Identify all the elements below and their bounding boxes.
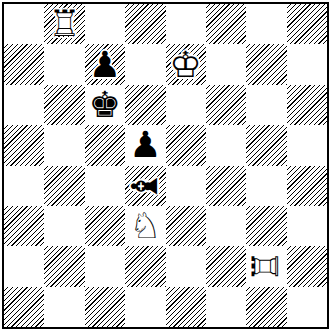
square-c7[interactable]: ♟♟ bbox=[85, 44, 125, 84]
square-g8[interactable] bbox=[246, 4, 286, 44]
black-pawn-icon: ♟ bbox=[125, 125, 165, 165]
square-c6[interactable]: ♚♚ bbox=[85, 85, 125, 125]
square-h8[interactable] bbox=[287, 4, 327, 44]
square-c8[interactable] bbox=[85, 4, 125, 44]
square-g3[interactable] bbox=[246, 206, 286, 246]
square-h3[interactable] bbox=[287, 206, 327, 246]
square-c2[interactable] bbox=[85, 246, 125, 286]
square-h6[interactable] bbox=[287, 85, 327, 125]
square-c4[interactable] bbox=[85, 166, 125, 206]
square-h1[interactable] bbox=[287, 287, 327, 327]
square-g5[interactable] bbox=[246, 125, 286, 165]
square-h5[interactable] bbox=[287, 125, 327, 165]
square-a1[interactable] bbox=[4, 287, 44, 327]
square-a7[interactable] bbox=[4, 44, 44, 84]
square-b7[interactable] bbox=[44, 44, 84, 84]
square-e2[interactable] bbox=[166, 246, 206, 286]
square-d1[interactable] bbox=[125, 287, 165, 327]
square-f5[interactable] bbox=[206, 125, 246, 165]
white-rook-icon: ♖ bbox=[44, 4, 84, 44]
black-pawn-icon: ♟ bbox=[85, 44, 125, 84]
black-king-icon: ♚ bbox=[85, 85, 125, 125]
square-f1[interactable] bbox=[206, 287, 246, 327]
square-d3[interactable]: ♞♘ bbox=[125, 206, 165, 246]
piece-white-knight-d3[interactable]: ♞♘ bbox=[125, 206, 165, 246]
square-e1[interactable] bbox=[166, 287, 206, 327]
square-f7[interactable] bbox=[206, 44, 246, 84]
square-b6[interactable] bbox=[44, 85, 84, 125]
square-c1[interactable] bbox=[85, 287, 125, 327]
white-knight-icon: ♘ bbox=[125, 206, 165, 246]
square-f2[interactable] bbox=[206, 246, 246, 286]
square-h4[interactable] bbox=[287, 166, 327, 206]
square-b4[interactable] bbox=[44, 166, 84, 206]
piece-white-rook-g2[interactable]: ♜♖ bbox=[246, 246, 286, 286]
square-g1[interactable] bbox=[246, 287, 286, 327]
square-d7[interactable] bbox=[125, 44, 165, 84]
square-e3[interactable] bbox=[166, 206, 206, 246]
white-rook-icon: ♖ bbox=[246, 246, 286, 286]
square-e5[interactable] bbox=[166, 125, 206, 165]
square-d5[interactable]: ♟♟ bbox=[125, 125, 165, 165]
square-b2[interactable] bbox=[44, 246, 84, 286]
square-a4[interactable] bbox=[4, 166, 44, 206]
square-f6[interactable] bbox=[206, 85, 246, 125]
square-b3[interactable] bbox=[44, 206, 84, 246]
square-a6[interactable] bbox=[4, 85, 44, 125]
piece-white-rook-b8[interactable]: ♜♖ bbox=[44, 4, 84, 44]
square-d8[interactable] bbox=[125, 4, 165, 44]
square-d4[interactable]: ♝♝ bbox=[125, 166, 165, 206]
square-f4[interactable] bbox=[206, 166, 246, 206]
square-e7[interactable]: ♚♔ bbox=[166, 44, 206, 84]
black-bishop-icon: ♝ bbox=[125, 166, 165, 206]
square-c3[interactable] bbox=[85, 206, 125, 246]
square-a2[interactable] bbox=[4, 246, 44, 286]
square-a5[interactable] bbox=[4, 125, 44, 165]
square-c5[interactable] bbox=[85, 125, 125, 165]
square-a3[interactable] bbox=[4, 206, 44, 246]
piece-white-king-e7[interactable]: ♚♔ bbox=[166, 44, 206, 84]
piece-black-pawn-c7[interactable]: ♟♟ bbox=[85, 44, 125, 84]
square-e4[interactable] bbox=[166, 166, 206, 206]
square-d2[interactable] bbox=[125, 246, 165, 286]
square-f8[interactable] bbox=[206, 4, 246, 44]
square-d6[interactable] bbox=[125, 85, 165, 125]
piece-black-pawn-d5[interactable]: ♟♟ bbox=[125, 125, 165, 165]
square-b5[interactable] bbox=[44, 125, 84, 165]
square-e8[interactable] bbox=[166, 4, 206, 44]
white-king-icon: ♔ bbox=[166, 44, 206, 84]
square-b1[interactable] bbox=[44, 287, 84, 327]
chess-board: ♜♖♟♟♚♔♚♚♟♟♝♝♞♘♜♖ bbox=[2, 2, 329, 329]
square-h7[interactable] bbox=[287, 44, 327, 84]
square-h2[interactable] bbox=[287, 246, 327, 286]
piece-black-bishop-d4[interactable]: ♝♝ bbox=[125, 166, 165, 206]
square-e6[interactable] bbox=[166, 85, 206, 125]
square-g6[interactable] bbox=[246, 85, 286, 125]
square-b8[interactable]: ♜♖ bbox=[44, 4, 84, 44]
square-a8[interactable] bbox=[4, 4, 44, 44]
square-f3[interactable] bbox=[206, 206, 246, 246]
piece-black-king-c6[interactable]: ♚♚ bbox=[85, 85, 125, 125]
square-g4[interactable] bbox=[246, 166, 286, 206]
square-g2[interactable]: ♜♖ bbox=[246, 246, 286, 286]
square-g7[interactable] bbox=[246, 44, 286, 84]
